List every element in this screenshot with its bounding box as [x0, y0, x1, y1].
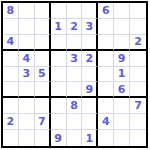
cell-r7c1-empty[interactable] [3, 98, 19, 114]
cell-r8c9-empty[interactable] [130, 114, 146, 130]
cell-r7c2-empty[interactable] [19, 98, 35, 114]
cell-r2c4-given-1[interactable]: 1 [51, 19, 67, 35]
cell-r9c5-empty[interactable] [67, 130, 83, 146]
cell-r3c4-empty[interactable] [51, 35, 67, 51]
cell-r6c6-given-9[interactable]: 9 [82, 82, 98, 98]
cell-r5c2-given-3[interactable]: 3 [19, 67, 35, 83]
cell-r5c6-empty[interactable] [82, 67, 98, 83]
cell-r7c8-empty[interactable] [114, 98, 130, 114]
cell-r5c5-empty[interactable] [67, 67, 83, 83]
cell-r1c4-empty[interactable] [51, 3, 67, 19]
cell-r3c1-given-4[interactable]: 4 [3, 35, 19, 51]
cell-r2c2-empty[interactable] [19, 19, 35, 35]
cell-r1c1-given-8[interactable]: 8 [3, 3, 19, 19]
cell-r9c7-empty[interactable] [98, 130, 114, 146]
cell-r8c4-empty[interactable] [51, 114, 67, 130]
cell-r1c2-empty[interactable] [19, 3, 35, 19]
cell-r6c1-empty[interactable] [3, 82, 19, 98]
cell-r6c2-empty[interactable] [19, 82, 35, 98]
cell-r4c6-given-2[interactable]: 2 [82, 51, 98, 67]
cell-r4c1-empty[interactable] [3, 51, 19, 67]
cell-r4c2-given-4[interactable]: 4 [19, 51, 35, 67]
cell-r8c1-given-2[interactable]: 2 [3, 114, 19, 130]
cell-r9c6-given-1[interactable]: 1 [82, 130, 98, 146]
cell-r6c5-empty[interactable] [67, 82, 83, 98]
cell-r7c6-empty[interactable] [82, 98, 98, 114]
cell-r5c4-empty[interactable] [51, 67, 67, 83]
cell-r8c3-given-7[interactable]: 7 [35, 114, 51, 130]
cell-r4c9-empty[interactable] [130, 51, 146, 67]
cell-r3c2-empty[interactable] [19, 35, 35, 51]
cell-r3c7-empty[interactable] [98, 35, 114, 51]
cell-r4c3-empty[interactable] [35, 51, 51, 67]
cell-r8c2-empty[interactable] [19, 114, 35, 130]
cell-r4c8-given-9[interactable]: 9 [114, 51, 130, 67]
cell-r8c7-given-4[interactable]: 4 [98, 114, 114, 130]
cell-r1c5-empty[interactable] [67, 3, 83, 19]
cell-r2c1-empty[interactable] [3, 19, 19, 35]
cell-r6c9-empty[interactable] [130, 82, 146, 98]
cell-r2c5-given-2[interactable]: 2 [67, 19, 83, 35]
cell-r9c1-empty[interactable] [3, 130, 19, 146]
cell-r8c8-empty[interactable] [114, 114, 130, 130]
cell-r2c8-empty[interactable] [114, 19, 130, 35]
cell-r9c8-empty[interactable] [114, 130, 130, 146]
cell-r5c7-empty[interactable] [98, 67, 114, 83]
cell-r5c9-empty[interactable] [130, 67, 146, 83]
cell-r1c6-empty[interactable] [82, 3, 98, 19]
cell-r2c6-given-3[interactable]: 3 [82, 19, 98, 35]
cell-r6c3-empty[interactable] [35, 82, 51, 98]
cell-r7c4-empty[interactable] [51, 98, 67, 114]
sudoku-board: 86123424329351968727491 [1, 1, 148, 148]
cell-r7c5-given-8[interactable]: 8 [67, 98, 83, 114]
cell-r5c3-given-5[interactable]: 5 [35, 67, 51, 83]
cell-r1c8-empty[interactable] [114, 3, 130, 19]
cell-r2c9-empty[interactable] [130, 19, 146, 35]
cell-r6c7-empty[interactable] [98, 82, 114, 98]
cell-r5c1-empty[interactable] [3, 67, 19, 83]
cell-r4c4-empty[interactable] [51, 51, 67, 67]
cell-r9c4-given-9[interactable]: 9 [51, 130, 67, 146]
cell-r9c3-empty[interactable] [35, 130, 51, 146]
cell-r6c4-empty[interactable] [51, 82, 67, 98]
cell-r3c3-empty[interactable] [35, 35, 51, 51]
cell-r1c7-given-6[interactable]: 6 [98, 3, 114, 19]
cell-r7c3-empty[interactable] [35, 98, 51, 114]
cell-r2c7-empty[interactable] [98, 19, 114, 35]
cell-r4c7-empty[interactable] [98, 51, 114, 67]
cell-r5c8-given-1[interactable]: 1 [114, 67, 130, 83]
cell-r8c6-empty[interactable] [82, 114, 98, 130]
cell-r9c9-empty[interactable] [130, 130, 146, 146]
cell-r6c8-given-6[interactable]: 6 [114, 82, 130, 98]
cell-r4c5-given-3[interactable]: 3 [67, 51, 83, 67]
cell-r3c8-empty[interactable] [114, 35, 130, 51]
cell-r2c3-empty[interactable] [35, 19, 51, 35]
cell-r3c9-given-2[interactable]: 2 [130, 35, 146, 51]
cell-r9c2-empty[interactable] [19, 130, 35, 146]
cell-r7c7-empty[interactable] [98, 98, 114, 114]
cell-r7c9-given-7[interactable]: 7 [130, 98, 146, 114]
cell-r1c3-empty[interactable] [35, 3, 51, 19]
cell-r1c9-empty[interactable] [130, 3, 146, 19]
cell-r3c6-empty[interactable] [82, 35, 98, 51]
cell-r3c5-empty[interactable] [67, 35, 83, 51]
cell-r8c5-empty[interactable] [67, 114, 83, 130]
